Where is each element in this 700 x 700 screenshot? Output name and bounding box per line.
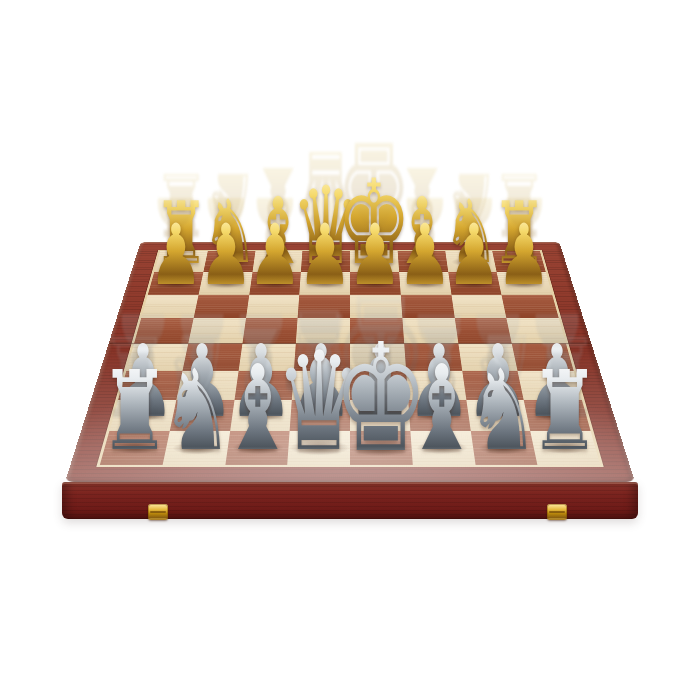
gold-pawn-icon: ♟ [447,213,501,297]
chess-set-photo: ♜♜♞♞♝♝♛♛♚♚♝♝♞♞♜♜♟♟♟♟♟♟♟♟♟♟♟♟♟♟♟♟♟♟♟♟♟♟♟♟… [0,0,700,700]
brass-clasp-left [148,504,168,520]
gold-pawn-icon: ♟ [348,213,402,297]
gold-pawn-icon: ♟ [497,213,551,297]
gold-pawn-icon: ♟ [298,213,352,297]
gold-pawn-icon: ♟ [397,213,451,297]
silver-knight-icon: ♞ [467,355,539,467]
box-front-edge [62,482,638,519]
brass-clasp-right [547,504,567,520]
silver-rook-icon: ♜ [529,357,600,467]
gold-pawn-icon: ♟ [248,213,302,297]
gold-pawn-icon: ♟ [199,213,253,297]
gold-pawn-icon: ♟ [149,213,203,297]
